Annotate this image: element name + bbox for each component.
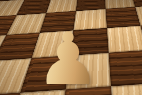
- square-r3c3: [73, 8, 107, 29]
- square-r4c4: [107, 25, 142, 52]
- square-r2c4: [105, 0, 136, 8]
- chessboard-photo: ♟: [0, 0, 142, 95]
- square-r5c4: [109, 50, 142, 86]
- square-r4c3: [70, 28, 109, 55]
- square-r2c2: [46, 0, 78, 13]
